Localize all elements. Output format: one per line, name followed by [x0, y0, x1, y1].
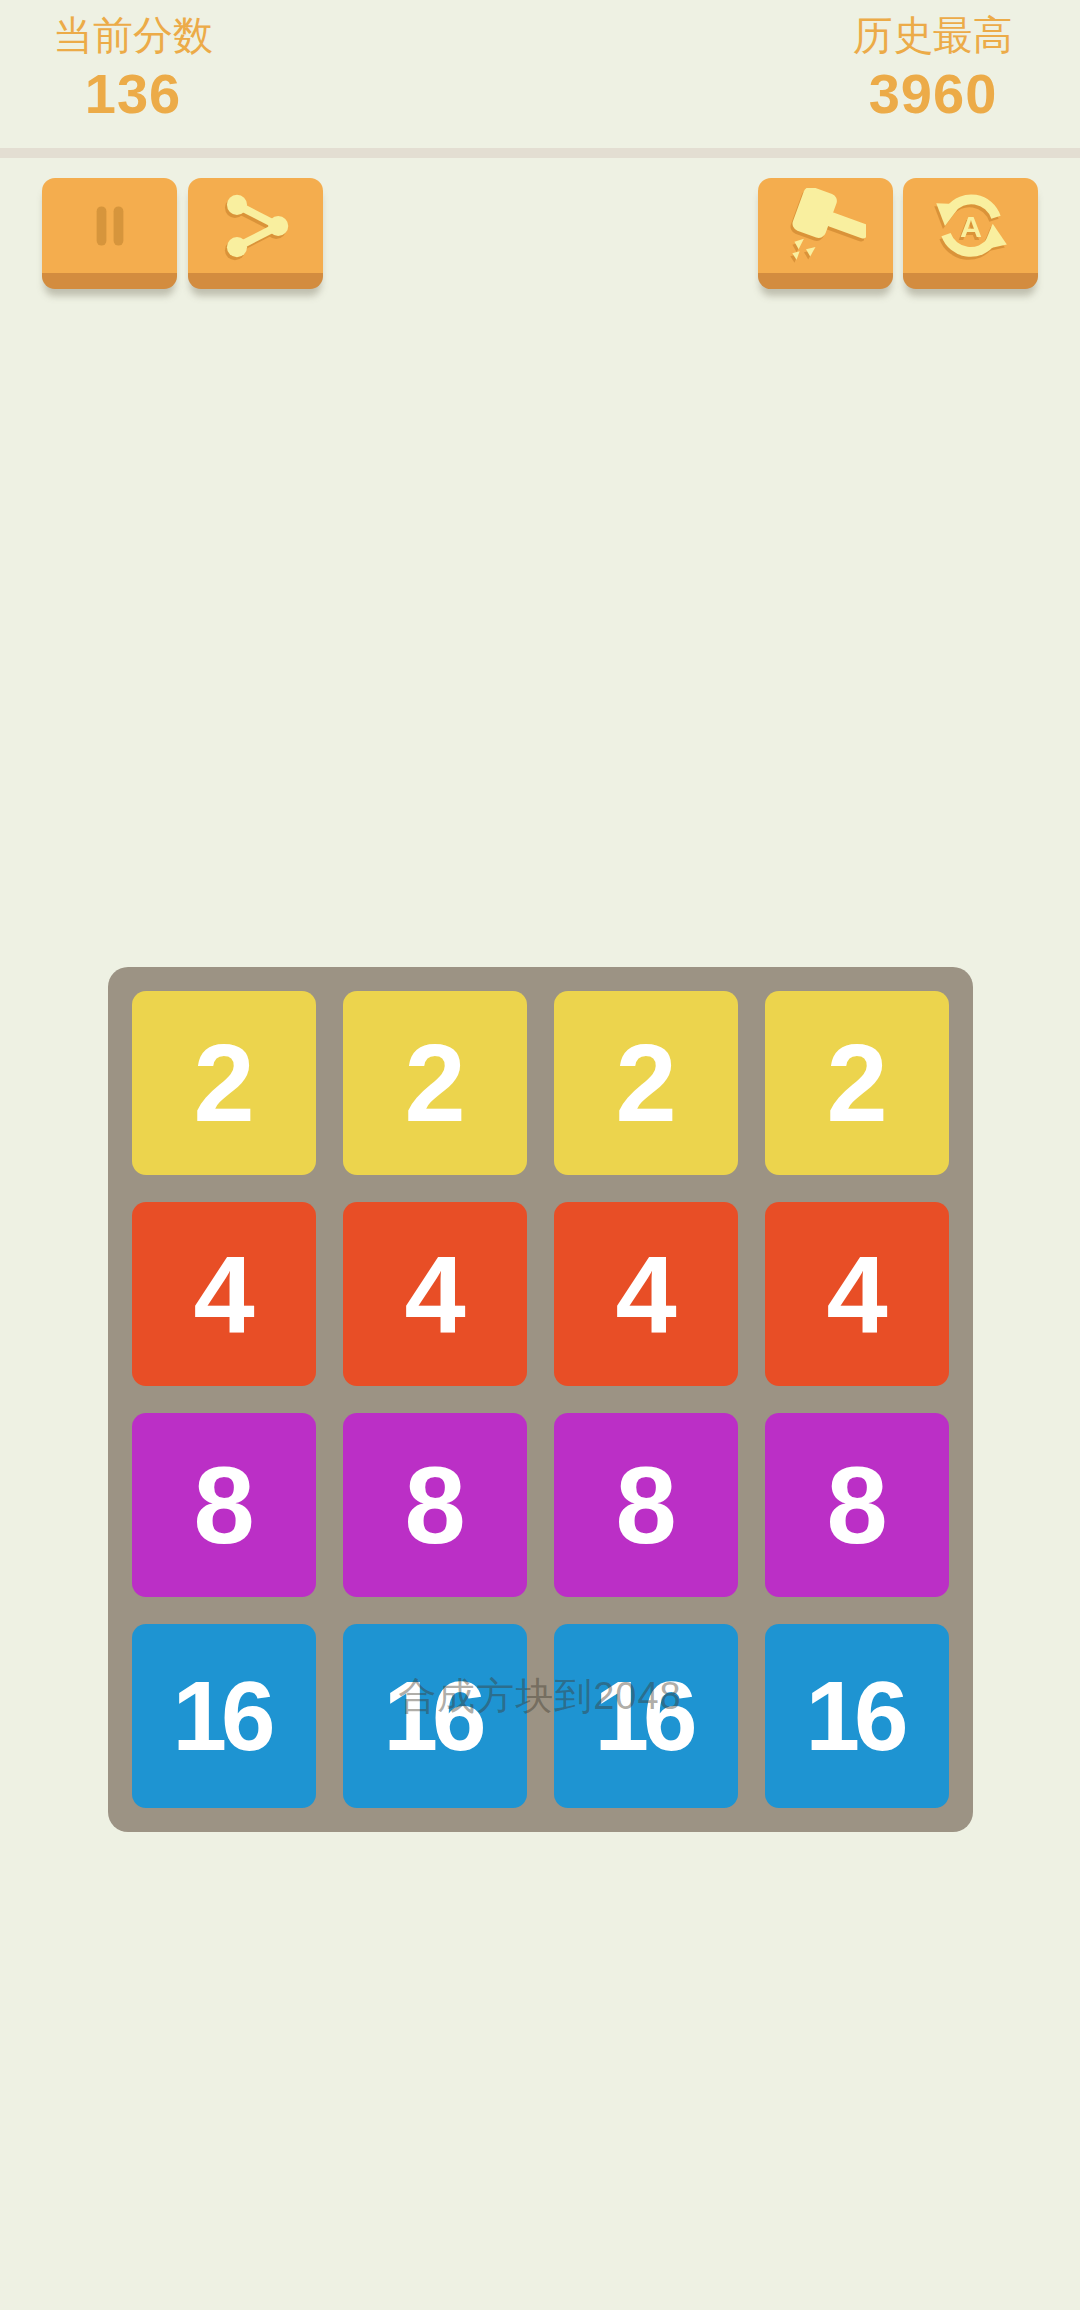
best-score-value: 3960: [869, 66, 998, 122]
toolbar-right-group: A: [758, 178, 1038, 289]
tile: 8: [343, 1413, 527, 1597]
best-score-block: 历史最高 3960: [853, 14, 1013, 122]
score-header: 当前分数 136 历史最高 3960: [53, 14, 1013, 122]
toolbar: A: [42, 178, 1038, 289]
current-score-block: 当前分数 136: [53, 14, 213, 122]
restart-button[interactable]: A: [903, 178, 1038, 289]
tile: 4: [132, 1202, 316, 1386]
pause-button[interactable]: [42, 178, 177, 289]
tile: 4: [343, 1202, 527, 1386]
tile: 16: [765, 1624, 949, 1808]
best-score-label: 历史最高: [853, 14, 1013, 56]
restart-icon-letter: A: [960, 208, 982, 242]
tile: 8: [132, 1413, 316, 1597]
tile: 4: [765, 1202, 949, 1386]
hammer-icon: [786, 188, 866, 264]
tile: 16: [343, 1624, 527, 1808]
hammer-button[interactable]: [758, 178, 893, 289]
current-score-label: 当前分数: [53, 14, 213, 56]
tile: 8: [554, 1413, 738, 1597]
tile: 2: [554, 991, 738, 1175]
share-button[interactable]: [188, 178, 323, 289]
share-icon: [219, 189, 293, 263]
tile: 8: [765, 1413, 949, 1597]
tile: 2: [132, 991, 316, 1175]
restart-icon: A: [933, 188, 1009, 264]
current-score-value: 136: [85, 66, 181, 122]
tile: 16: [554, 1624, 738, 1808]
toolbar-left-group: [42, 178, 323, 289]
tile: 2: [343, 991, 527, 1175]
tile: 2: [765, 991, 949, 1175]
board[interactable]: 2 2 2 2 4 4 4 4 8 8 8 8 16 16 16 16: [108, 967, 973, 1832]
tile: 16: [132, 1624, 316, 1808]
pause-icon: [74, 190, 146, 262]
tile: 4: [554, 1202, 738, 1386]
header-divider: [0, 148, 1080, 158]
